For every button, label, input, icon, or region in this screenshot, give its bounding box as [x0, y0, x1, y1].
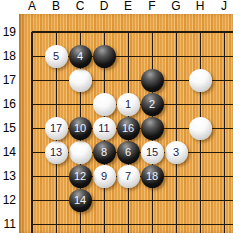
black-stone-C13: 12	[69, 165, 92, 188]
column-label-G: G	[166, 0, 186, 13]
move-number: 17	[50, 122, 62, 134]
black-stone-F16: 2	[141, 93, 164, 116]
move-number: 14	[74, 194, 86, 206]
white-stone-B15: 17	[45, 117, 68, 140]
black-stone-C18: 4	[69, 45, 92, 68]
black-stone-D18	[93, 45, 116, 68]
white-stone-C14	[69, 141, 92, 164]
column-label-D: D	[94, 0, 114, 13]
white-stone-F14: 15	[141, 141, 164, 164]
grid-line-horizontal-19	[32, 31, 233, 33]
white-stone-E16: 1	[117, 93, 140, 116]
row-label-14: 14	[0, 145, 16, 159]
column-label-E: E	[118, 0, 138, 13]
grid-line-vertical-J	[224, 32, 225, 233]
move-number: 8	[101, 146, 107, 158]
row-label-15: 15	[0, 121, 16, 135]
black-stone-C15: 10	[69, 117, 92, 140]
grid-line-vertical-A	[31, 32, 33, 233]
white-stone-D13: 9	[93, 165, 116, 188]
move-number: 9	[101, 170, 107, 182]
black-stone-F15	[141, 117, 164, 140]
grid-line-horizontal-12	[32, 200, 233, 201]
white-stone-H17	[189, 69, 212, 92]
move-number: 3	[173, 146, 179, 158]
row-label-16: 16	[0, 97, 16, 111]
column-label-J: J	[214, 0, 233, 13]
white-stone-D16	[93, 93, 116, 116]
move-number: 11	[98, 122, 109, 134]
column-label-F: F	[142, 0, 162, 13]
white-stone-H15	[189, 117, 212, 140]
move-number: 10	[74, 122, 86, 134]
column-label-A: A	[22, 0, 42, 13]
white-stone-D15: 11	[93, 117, 116, 140]
row-label-13: 13	[0, 169, 16, 183]
row-label-19: 19	[0, 25, 16, 39]
row-label-11: 11	[0, 217, 16, 231]
white-stone-G14: 3	[165, 141, 188, 164]
black-stone-E15: 16	[117, 117, 140, 140]
move-number: 13	[50, 146, 62, 158]
grid-line-vertical-G	[176, 32, 177, 233]
move-number: 15	[146, 146, 158, 158]
move-number: 12	[74, 170, 86, 182]
white-stone-B18: 5	[45, 45, 68, 68]
black-stone-D14: 8	[93, 141, 116, 164]
move-number: 7	[125, 170, 131, 182]
move-number: 4	[77, 50, 83, 62]
column-label-C: C	[70, 0, 90, 13]
move-number: 16	[122, 122, 134, 134]
column-label-B: B	[46, 0, 66, 13]
move-number: 1	[125, 98, 131, 110]
white-stone-C17	[69, 69, 92, 92]
white-stone-E13: 7	[117, 165, 140, 188]
row-label-12: 12	[0, 193, 16, 207]
move-number: 18	[146, 170, 158, 182]
black-stone-E14: 6	[117, 141, 140, 164]
go-diagram: ABCDEFGHJ1918171615141312111234567891011…	[0, 0, 233, 233]
black-stone-C12: 14	[69, 189, 92, 212]
row-label-17: 17	[0, 73, 16, 87]
white-stone-B14: 13	[45, 141, 68, 164]
column-label-H: H	[190, 0, 210, 13]
move-number: 6	[125, 146, 131, 158]
row-label-18: 18	[0, 49, 16, 63]
black-stone-F17	[141, 69, 164, 92]
grid-line-horizontal-11	[32, 224, 233, 225]
black-stone-F13: 18	[141, 165, 164, 188]
move-number: 2	[149, 98, 155, 110]
move-number: 5	[53, 50, 59, 62]
